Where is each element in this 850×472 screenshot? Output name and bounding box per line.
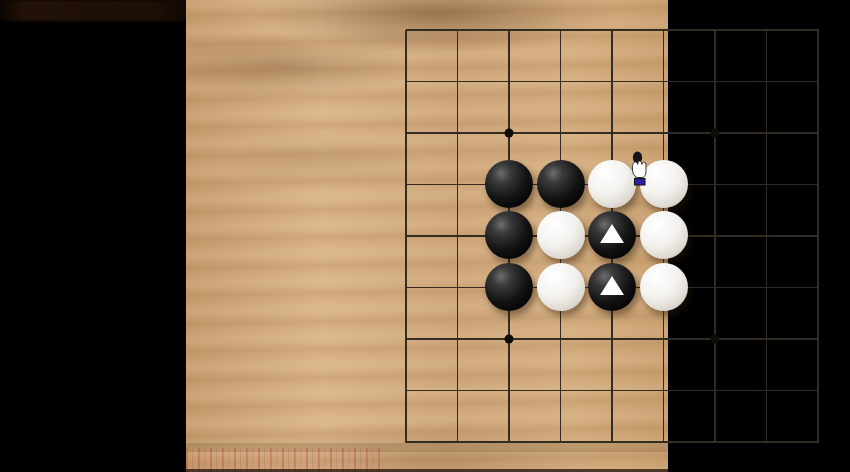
stone-black bbox=[588, 263, 636, 311]
hand-cursor-icon bbox=[628, 151, 650, 187]
grid-line-vertical bbox=[714, 30, 716, 443]
grid-line-horizontal bbox=[406, 390, 819, 392]
triangle-marker bbox=[600, 275, 624, 294]
stone-black bbox=[588, 211, 636, 259]
stone-black bbox=[485, 263, 533, 311]
star-point bbox=[505, 335, 514, 344]
stone-black bbox=[485, 211, 533, 259]
star-point bbox=[505, 129, 514, 138]
stone-white bbox=[537, 263, 585, 311]
grid-line-vertical bbox=[766, 30, 768, 443]
star-point bbox=[711, 335, 720, 344]
go-board[interactable] bbox=[186, 0, 668, 472]
stone-white bbox=[537, 211, 585, 259]
triangle-marker bbox=[600, 224, 624, 243]
app-window bbox=[0, 0, 850, 472]
background-streak bbox=[0, 0, 187, 21]
grid-line-vertical bbox=[817, 30, 819, 443]
stone-white bbox=[640, 211, 688, 259]
grid-line-horizontal bbox=[406, 338, 819, 340]
stone-white bbox=[640, 263, 688, 311]
board-grid[interactable] bbox=[406, 30, 818, 442]
stone-black bbox=[537, 160, 585, 208]
stone-black bbox=[485, 160, 533, 208]
star-point bbox=[711, 129, 720, 138]
